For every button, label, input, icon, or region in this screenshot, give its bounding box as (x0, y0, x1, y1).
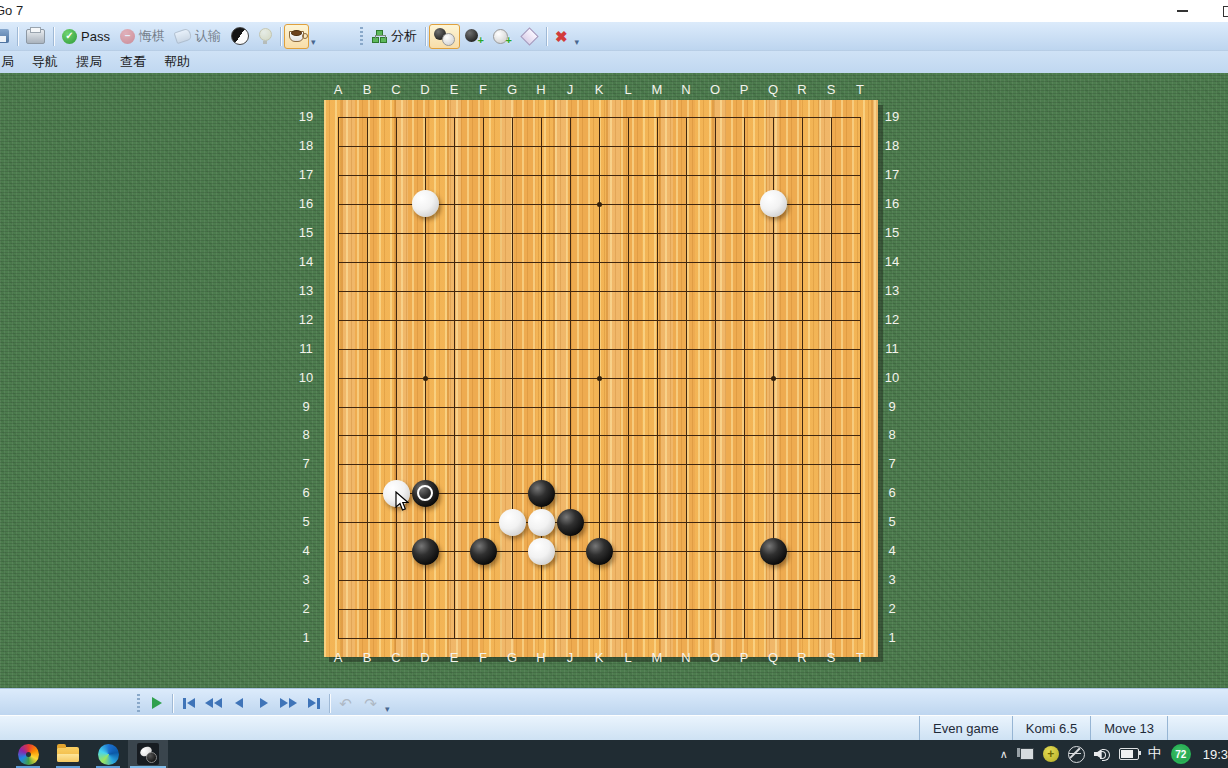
alternate-play-button[interactable] (429, 24, 460, 49)
star-point-K10 (597, 376, 602, 381)
coord-bottom-H: H (530, 650, 552, 665)
coord-right-19: 19 (881, 109, 903, 124)
coord-left-17: 17 (295, 167, 317, 182)
analysis-label: 分析 (391, 27, 417, 45)
coord-bottom-S: S (820, 650, 842, 665)
white-stone-G5 (499, 509, 526, 536)
toolbar-grip[interactable] (137, 694, 140, 712)
speaker-icon[interactable] (1094, 748, 1110, 760)
white-stone-H4 (528, 538, 555, 565)
coord-top-R: R (791, 82, 813, 97)
menu-item-2[interactable]: 摆局 (67, 51, 111, 73)
fast-back-icon (214, 698, 222, 708)
coord-bottom-A: A (327, 650, 349, 665)
coord-top-L: L (617, 82, 639, 97)
coord-right-10: 10 (881, 370, 903, 385)
analysis-tree-icon (372, 30, 387, 43)
yellow-plus-tray-icon[interactable]: + (1043, 746, 1059, 762)
coord-left-9: 9 (295, 399, 317, 414)
print-button[interactable] (21, 24, 50, 49)
add-white-stone-icon: + (493, 28, 511, 44)
coord-right-6: 6 (881, 485, 903, 500)
coord-left-14: 14 (295, 254, 317, 269)
coord-left-4: 4 (295, 543, 317, 558)
first-move-icon (187, 698, 195, 708)
back-button[interactable] (226, 692, 251, 714)
pass-label: Pass (81, 29, 110, 44)
undo-arrow-icon: ↶ (339, 696, 352, 711)
grid-line (657, 117, 658, 639)
undo-button[interactable]: ↶ (333, 692, 358, 714)
erase-button[interactable] (516, 24, 543, 49)
grid-line (686, 117, 687, 639)
nav-toolbar-group: ↶ ↷ ▾ (135, 690, 390, 716)
pass-button[interactable]: ✓ Pass (57, 24, 115, 49)
delete-button[interactable]: ✖ (550, 24, 573, 49)
coord-top-A: A (327, 82, 349, 97)
bulb-icon (259, 28, 272, 41)
undo-move-button[interactable]: – 悔棋 (115, 24, 170, 49)
coord-bottom-B: B (356, 650, 378, 665)
minimize-button[interactable] (1166, 0, 1198, 22)
window-title: Go 7 (0, 3, 23, 18)
grid-line (831, 117, 832, 639)
edge-browser-icon (98, 744, 119, 765)
first-move-button[interactable] (176, 692, 201, 714)
coord-left-15: 15 (295, 225, 317, 240)
coord-left-10: 10 (295, 370, 317, 385)
separator (53, 27, 54, 46)
separator (546, 27, 547, 46)
coord-bottom-R: R (791, 650, 813, 665)
separator (280, 27, 281, 46)
coord-right-14: 14 (881, 254, 903, 269)
monitor-icon[interactable] (1017, 748, 1034, 760)
coord-top-N: N (675, 82, 697, 97)
grid-line (338, 580, 861, 581)
add-black-stone-icon: + (465, 28, 483, 44)
last-move-icon (308, 698, 316, 708)
forward-icon (260, 698, 268, 708)
count-button[interactable] (226, 24, 254, 49)
star-point-D10 (423, 376, 428, 381)
resign-label: 认输 (195, 27, 221, 45)
file-toolbar-group: ✓ Pass – 悔棋 认输 ▾ (0, 23, 315, 49)
eraser-icon (520, 27, 538, 45)
main-toolbar: ✓ Pass – 悔棋 认输 ▾ 分析 + + (0, 22, 1228, 51)
black-white-stones-icon (434, 28, 455, 45)
auto-play-button[interactable] (144, 692, 169, 714)
coord-bottom-K: K (588, 650, 610, 665)
coord-right-7: 7 (881, 456, 903, 471)
coord-right-3: 3 (881, 572, 903, 587)
undo-minus-icon: – (120, 29, 135, 44)
system-tray: ∧ + 中 72 19:3 (1000, 740, 1228, 768)
coord-bottom-T: T (849, 650, 871, 665)
ime-indicator[interactable]: 中 (1148, 745, 1162, 763)
coord-right-4: 4 (881, 543, 903, 558)
add-black-button[interactable]: + (460, 24, 488, 49)
redo-button[interactable]: ↷ (358, 692, 383, 714)
star-point-K16 (597, 202, 602, 207)
coord-bottom-L: L (617, 650, 639, 665)
grid-line (338, 522, 861, 523)
windows-taskbar: ∧ + 中 72 19:3 (0, 740, 1228, 768)
taskbar-app-colorwheel[interactable] (8, 740, 48, 768)
menu-item-1[interactable]: 导航 (23, 51, 67, 73)
maximize-button[interactable] (1214, 0, 1228, 22)
no-network-globe-icon[interactable] (1068, 746, 1085, 763)
coord-left-7: 7 (295, 456, 317, 471)
coord-top-G: G (501, 82, 523, 97)
save-icon (0, 29, 9, 43)
grid-line (715, 117, 716, 639)
break-button[interactable] (284, 24, 309, 49)
separator (172, 694, 173, 713)
coord-bottom-N: N (675, 650, 697, 665)
status-panel-0: Even game (919, 716, 1012, 741)
coord-right-11: 11 (881, 341, 903, 356)
coord-left-18: 18 (295, 138, 317, 153)
grid-line (338, 407, 861, 408)
pass-check-icon: ✓ (62, 29, 77, 44)
toolbar-overflow-chevron[interactable]: ▾ (575, 37, 580, 49)
coord-right-18: 18 (881, 138, 903, 153)
taskbar-app-edge[interactable] (88, 740, 128, 768)
resign-hand-icon (173, 28, 192, 44)
delete-x-icon: ✖ (555, 29, 568, 44)
undo-label: 悔棋 (139, 27, 165, 45)
coord-right-9: 9 (881, 399, 903, 414)
coord-bottom-D: D (414, 650, 436, 665)
separator (425, 27, 426, 46)
minimize-icon (1177, 10, 1188, 12)
menu-item-4[interactable]: 帮助 (155, 51, 199, 73)
menu-item-0[interactable]: 局 (0, 51, 23, 73)
play-icon (152, 697, 162, 709)
white-stone-H5 (528, 509, 555, 536)
coord-top-O: O (704, 82, 726, 97)
coord-bottom-E: E (443, 650, 465, 665)
black-stone-K4 (586, 538, 613, 565)
taskbar-app-explorer[interactable] (48, 740, 88, 768)
black-stone-D4 (412, 538, 439, 565)
navigation-toolbar: ↶ ↷ ▾ (0, 688, 1228, 716)
coord-left-1: 1 (295, 630, 317, 645)
coord-left-8: 8 (295, 427, 317, 442)
coord-left-6: 6 (295, 485, 317, 500)
save-button[interactable] (0, 24, 14, 49)
analysis-button[interactable]: 分析 (367, 24, 422, 49)
coord-right-1: 1 (881, 630, 903, 645)
separator (17, 27, 18, 46)
print-icon (26, 29, 45, 44)
coord-bottom-M: M (646, 650, 668, 665)
taskbar-clock[interactable]: 19:3 (1203, 747, 1228, 762)
grid-line (338, 609, 861, 610)
coord-top-E: E (443, 82, 465, 97)
grid-line (860, 117, 861, 639)
toolbar-overflow-chevron[interactable]: ▾ (311, 37, 316, 49)
battery-percent-badge[interactable]: 72 (1171, 744, 1191, 764)
coord-right-16: 16 (881, 196, 903, 211)
fast-forward-icon (289, 698, 297, 708)
coord-right-17: 17 (881, 167, 903, 182)
coord-right-2: 2 (881, 601, 903, 616)
grid-line (338, 435, 861, 436)
coord-left-3: 3 (295, 572, 317, 587)
fast-forward-button[interactable] (276, 692, 301, 714)
coord-bottom-O: O (704, 650, 726, 665)
coord-top-K: K (588, 82, 610, 97)
mouse-cursor (395, 491, 409, 512)
coord-right-5: 5 (881, 514, 903, 529)
grid-line (802, 117, 803, 639)
fast-back-button[interactable] (201, 692, 226, 714)
coord-right-8: 8 (881, 427, 903, 442)
coord-top-B: B (356, 82, 378, 97)
back-icon (235, 698, 243, 708)
coord-left-2: 2 (295, 601, 317, 616)
last-move-button[interactable] (301, 692, 326, 714)
status-panel-empty (1167, 716, 1228, 741)
coord-top-M: M (646, 82, 668, 97)
coord-left-11: 11 (295, 341, 317, 356)
coord-top-H: H (530, 82, 552, 97)
coord-top-P: P (733, 82, 755, 97)
coord-bottom-C: C (385, 650, 407, 665)
black-stone-Q4 (760, 538, 787, 565)
coord-bottom-P: P (733, 650, 755, 665)
file-explorer-icon (57, 747, 79, 762)
cup-icon (289, 31, 304, 42)
coord-left-13: 13 (295, 283, 317, 298)
status-bar: Even gameKomi 6.5Move 13 (0, 715, 1228, 741)
white-stone-D16 (412, 190, 439, 217)
coord-top-Q: Q (762, 82, 784, 97)
coord-right-13: 13 (881, 283, 903, 298)
coord-top-S: S (820, 82, 842, 97)
grid-line (338, 464, 861, 465)
battery-icon[interactable] (1119, 748, 1139, 760)
coord-top-T: T (849, 82, 871, 97)
coord-left-16: 16 (295, 196, 317, 211)
taskbar-app-go[interactable] (128, 740, 168, 768)
title-bar: Go 7 (0, 0, 1228, 22)
menu-item-3[interactable]: 查看 (111, 51, 155, 73)
coord-right-15: 15 (881, 225, 903, 240)
white-stone-Q16 (760, 190, 787, 217)
redo-arrow-icon: ↷ (364, 696, 377, 711)
black-stone-F4 (470, 538, 497, 565)
go-board[interactable] (324, 100, 878, 657)
maximize-icon (1223, 6, 1228, 17)
toolbar-grip[interactable] (360, 27, 363, 45)
coord-top-F: F (472, 82, 494, 97)
colorwheel-icon (18, 744, 39, 765)
coord-left-5: 5 (295, 514, 317, 529)
grid-line (744, 117, 745, 639)
hint-button[interactable] (254, 24, 277, 49)
coord-right-12: 12 (881, 312, 903, 327)
status-panel-1: Komi 6.5 (1012, 716, 1090, 741)
star-point-Q10 (771, 376, 776, 381)
coord-bottom-Q: Q (762, 650, 784, 665)
forward-button[interactable] (251, 692, 276, 714)
black-stone-J5 (557, 509, 584, 536)
app-background: AABBCCDDEEFFGGHHJJKKLLMMNNOOPPQQRRSSTT19… (0, 73, 1228, 688)
coord-top-J: J (559, 82, 581, 97)
coord-top-C: C (385, 82, 407, 97)
go-app-icon (137, 743, 159, 765)
coord-left-19: 19 (295, 109, 317, 124)
yinyang-icon (231, 27, 249, 45)
status-panel-2: Move 13 (1090, 716, 1167, 741)
menu-bar: 局导航摆局查看帮助 (0, 51, 1228, 73)
resign-button[interactable]: 认输 (170, 24, 226, 49)
grid-line (338, 638, 861, 639)
black-stone-H6 (528, 480, 555, 507)
add-white-button[interactable]: + (488, 24, 516, 49)
taskbar-apps (8, 740, 168, 768)
coord-bottom-J: J (559, 650, 581, 665)
coord-bottom-G: G (501, 650, 523, 665)
coord-left-12: 12 (295, 312, 317, 327)
coord-bottom-F: F (472, 650, 494, 665)
coord-top-D: D (414, 82, 436, 97)
grid-line (628, 117, 629, 639)
separator (329, 694, 330, 713)
analysis-toolbar-group: 分析 + + ✖ ▾ (358, 23, 579, 49)
hidden-icons-chevron[interactable]: ∧ (1000, 748, 1008, 761)
